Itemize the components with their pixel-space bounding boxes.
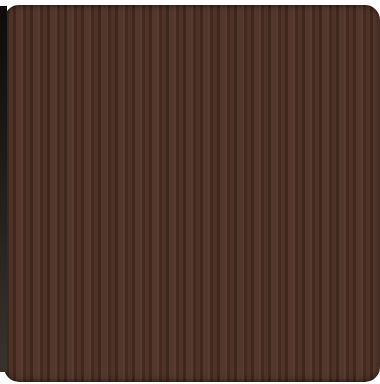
board-squares — [11, 16, 371, 368]
background-left-strip — [0, 6, 7, 372]
chess-board — [4, 5, 380, 382]
